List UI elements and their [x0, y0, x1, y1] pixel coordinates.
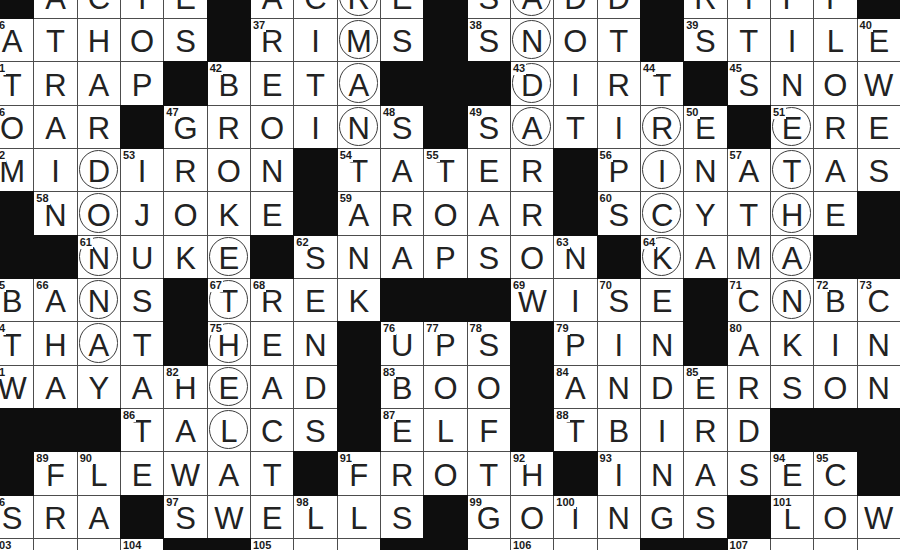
cell-r0-c4[interactable]: E [163, 0, 207, 19]
cell-r10-c9[interactable]: 87E [380, 408, 424, 452]
cell-r13-c19[interactable] [813, 538, 857, 550]
cell-r8-c20[interactable]: N [857, 321, 900, 365]
letter: K [208, 199, 250, 233]
cell-r2-c17[interactable]: 45S [727, 61, 771, 105]
cell-r4-c19[interactable]: A [813, 148, 857, 192]
cell-r0-c17[interactable]: I [727, 0, 771, 19]
cell-r9-c3[interactable]: A [120, 365, 164, 409]
cell-r1-c4[interactable]: S [163, 18, 207, 62]
cell-r9-c18[interactable]: S [770, 365, 814, 409]
cell-r8-c14[interactable]: I [597, 321, 641, 365]
cell-r5-c4[interactable]: O [163, 191, 207, 235]
cell-r8-c3[interactable]: T [120, 321, 164, 365]
cell-r6-c2[interactable]: 61N [77, 235, 121, 279]
cell-r1-c3[interactable]: O [120, 18, 164, 62]
clue-number: 65 [0, 279, 6, 292]
letter: N [858, 329, 900, 363]
cell-r0-c7[interactable]: C [293, 0, 337, 19]
clue-number: 93 [600, 452, 613, 465]
letter: S [728, 459, 770, 493]
cell-r3-c18[interactable]: 51E [770, 105, 814, 149]
letter: S [771, 372, 813, 406]
cell-r5-c12[interactable]: R [510, 191, 554, 235]
cell-r8-c16 [683, 321, 727, 365]
cell-r12-c19[interactable]: O [813, 495, 857, 539]
letter: S [858, 155, 900, 189]
letter: E [251, 502, 293, 536]
cell-r1-c18[interactable]: I [770, 18, 814, 62]
letter: R [381, 459, 423, 493]
clue-number: 80 [730, 322, 743, 335]
cell-r11-c16[interactable]: A [683, 451, 727, 495]
cell-r3-c1[interactable]: A [33, 105, 77, 149]
cell-r7-c13[interactable]: I [553, 278, 597, 322]
cell-r0-c6[interactable]: A [250, 0, 294, 19]
cell-r7-c12[interactable]: 69W [510, 278, 554, 322]
cell-r7-c17[interactable]: 71C [727, 278, 771, 322]
cell-r10-c14[interactable]: B [597, 408, 641, 452]
letter: E [858, 112, 900, 146]
letter: N [598, 372, 640, 406]
cell-r3-c19[interactable]: R [813, 105, 857, 149]
cell-r3-c7[interactable]: I [293, 105, 337, 149]
cell-r11-c5[interactable]: A [207, 451, 251, 495]
clue-number: 98 [296, 496, 309, 509]
cell-r13-c20[interactable] [857, 538, 900, 550]
cell-r0-c8[interactable]: R [337, 0, 381, 19]
cell-r3-c16[interactable]: 50E [683, 105, 727, 149]
letter: O [164, 199, 206, 233]
cell-r4-c2[interactable]: D [77, 148, 121, 192]
cell-r12-c13[interactable]: 100I [553, 495, 597, 539]
cell-r4-c15[interactable]: I [640, 148, 684, 192]
circle-marker [642, 193, 681, 232]
cell-r10-c13[interactable]: 88T [553, 408, 597, 452]
cell-r8-c17[interactable]: 80A [727, 321, 771, 365]
cell-r6-c4[interactable]: K [163, 235, 207, 279]
letter: S [468, 0, 510, 16]
cell-r8-c18[interactable]: K [770, 321, 814, 365]
cell-r8-c10[interactable]: 77P [423, 321, 467, 365]
clue-number: 75 [210, 322, 223, 335]
cell-r11-c6[interactable]: T [250, 451, 294, 495]
cell-r11-c9[interactable]: R [380, 451, 424, 495]
cell-r9-c15[interactable]: D [640, 365, 684, 409]
cell-r2-c12[interactable]: 43D [510, 61, 554, 105]
cell-r5-c6[interactable]: E [250, 191, 294, 235]
cell-r11-c1[interactable]: 89F [33, 451, 77, 495]
cell-r9-c7[interactable]: D [293, 365, 337, 409]
cell-r13-c18[interactable] [770, 538, 814, 550]
cell-r13-c14[interactable] [597, 538, 641, 550]
cell-r5-c17[interactable]: T [727, 191, 771, 235]
cell-r9-c5[interactable]: E [207, 365, 251, 409]
cell-r8-c1[interactable]: H [33, 321, 77, 365]
cell-r3-c0[interactable]: 46O [0, 105, 34, 149]
cell-r3-c13[interactable]: T [553, 105, 597, 149]
cell-r13-c6[interactable]: 105 [250, 538, 294, 550]
letter: R [511, 199, 553, 233]
cell-r9-c10[interactable]: O [423, 365, 467, 409]
cell-r9-c19[interactable]: O [813, 365, 857, 409]
cell-r11-c19[interactable]: 95C [813, 451, 857, 495]
letter: I [728, 0, 770, 16]
cell-r4-c9[interactable]: A [380, 148, 424, 192]
letter: R [208, 112, 250, 146]
cell-r9-c1[interactable]: A [33, 365, 77, 409]
cell-r9-c9[interactable]: 83B [380, 365, 424, 409]
letter: D [294, 372, 336, 406]
cell-r6-c8[interactable]: N [337, 235, 381, 279]
cell-r2-c5[interactable]: 42B [207, 61, 251, 105]
cell-r6-c5[interactable]: E [207, 235, 251, 279]
cell-r6-c13[interactable]: 63N [553, 235, 597, 279]
cell-r2-c19[interactable]: O [813, 61, 857, 105]
cell-r3-c20[interactable]: E [857, 105, 900, 149]
cell-r12-c8[interactable]: L [337, 495, 381, 539]
cell-r11-c17[interactable]: S [727, 451, 771, 495]
cell-r6-c15[interactable]: 64K [640, 235, 684, 279]
cell-r7-c0[interactable]: 65B [0, 278, 34, 322]
cell-r3-c9[interactable]: 48S [380, 105, 424, 149]
cell-r1-c0[interactable]: 36A [0, 18, 34, 62]
cell-r1-c12[interactable]: N [510, 18, 554, 62]
cell-r12-c12[interactable]: O [510, 495, 554, 539]
cell-r2-c1[interactable]: R [33, 61, 77, 105]
clue-number: 61 [80, 236, 93, 249]
cell-r8-c11[interactable]: 78S [467, 321, 511, 365]
letter: R [728, 372, 770, 406]
circle-marker [642, 107, 681, 146]
cell-r10-c1 [33, 408, 77, 452]
cell-r4-c6[interactable]: N [250, 148, 294, 192]
letter: R [34, 502, 76, 536]
cell-r6-c10[interactable]: P [423, 235, 467, 279]
cell-r4-c5[interactable]: O [207, 148, 251, 192]
cell-r4-c13 [553, 148, 597, 192]
cell-r10-c6[interactable]: C [250, 408, 294, 452]
cell-r12-c14[interactable]: N [597, 495, 641, 539]
cell-r8-c19[interactable]: I [813, 321, 857, 365]
clue-number: 38 [470, 19, 483, 32]
cell-r13-c16 [683, 538, 727, 550]
cell-r6-c17[interactable]: M [727, 235, 771, 279]
cell-r2-c3[interactable]: P [120, 61, 164, 105]
letter: R [684, 0, 726, 16]
cell-r11-c2[interactable]: 90L [77, 451, 121, 495]
cell-r11-c10[interactable]: O [423, 451, 467, 495]
cell-r6-c11[interactable]: S [467, 235, 511, 279]
cell-r10-c16[interactable]: R [683, 408, 727, 452]
cell-r12-c6[interactable]: E [250, 495, 294, 539]
cell-r1-c7[interactable]: I [293, 18, 337, 62]
cell-r8-c6[interactable]: E [250, 321, 294, 365]
cell-r5-c9[interactable]: R [380, 191, 424, 235]
cell-r12-c16[interactable]: S [683, 495, 727, 539]
cell-r4-c8[interactable]: 54T [337, 148, 381, 192]
cell-r7-c5[interactable]: 67T [207, 278, 251, 322]
cell-r1-c17[interactable]: T [727, 18, 771, 62]
letter: N [251, 155, 293, 189]
cell-r2-c16 [683, 61, 727, 105]
cell-r8-c5[interactable]: 75H [207, 321, 251, 365]
cell-r6-c16[interactable]: A [683, 235, 727, 279]
letter: B [598, 415, 640, 449]
cell-r5-c14[interactable]: 60S [597, 191, 641, 235]
clue-number: 51 [773, 106, 786, 119]
cell-r3-c6[interactable]: O [250, 105, 294, 149]
cell-r1-c19[interactable]: L [813, 18, 857, 62]
cell-r1-c9[interactable]: S [380, 18, 424, 62]
cell-r2-c0[interactable]: 41T [0, 61, 34, 105]
cell-r13-c11[interactable] [467, 538, 511, 550]
letter: N [598, 502, 640, 536]
cell-r10-c3[interactable]: 86T [120, 408, 164, 452]
cell-r6-c19 [813, 235, 857, 279]
cell-r13-c17[interactable]: 107 [727, 538, 771, 550]
cell-r9-c6[interactable]: A [250, 365, 294, 409]
cell-r5-c19[interactable]: E [813, 191, 857, 235]
cell-r6-c12[interactable]: O [510, 235, 554, 279]
cell-r1-c2[interactable]: H [77, 18, 121, 62]
cell-r10-c11[interactable]: F [467, 408, 511, 452]
clue-number: 90 [80, 452, 93, 465]
cell-r13-c1[interactable] [33, 538, 77, 550]
letter: K [164, 242, 206, 276]
cell-r8-c15[interactable]: N [640, 321, 684, 365]
clue-number: 67 [210, 279, 223, 292]
cell-r3-c8[interactable]: N [337, 105, 381, 149]
cell-r11-c4[interactable]: W [163, 451, 207, 495]
cell-r9-c4[interactable]: 82H [163, 365, 207, 409]
cell-r4-c20[interactable]: S [857, 148, 900, 192]
cell-r5-c8[interactable]: 59A [337, 191, 381, 235]
clue-number: 39 [686, 19, 699, 32]
cell-r4-c11[interactable]: E [467, 148, 511, 192]
cell-r4-c14[interactable]: 56P [597, 148, 641, 192]
cell-r6-c3[interactable]: U [120, 235, 164, 279]
letter: T [598, 25, 640, 59]
cell-r7-c8[interactable]: K [337, 278, 381, 322]
cell-r12-c7[interactable]: 98L [293, 495, 337, 539]
letter: W [858, 502, 900, 536]
cell-r10-c15[interactable]: I [640, 408, 684, 452]
cell-r4-c1[interactable]: I [33, 148, 77, 192]
clue-number: 86 [123, 409, 136, 422]
cell-r8-c13[interactable]: 79P [553, 321, 597, 365]
letter: I [814, 329, 856, 363]
letter: I [554, 285, 596, 319]
clue-number: 87 [383, 409, 396, 422]
letter: E [381, 0, 423, 16]
cell-r12-c18[interactable]: 101L [770, 495, 814, 539]
cell-r7-c16 [683, 278, 727, 322]
letter: T [728, 25, 770, 59]
cell-r3-c4[interactable]: 47G [163, 105, 207, 149]
cell-r5-c2[interactable]: O [77, 191, 121, 235]
cell-r13-c3[interactable]: 104 [120, 538, 164, 550]
cell-r9-c17[interactable]: R [727, 365, 771, 409]
cell-r3-c14[interactable]: I [597, 105, 641, 149]
cell-r2-c20[interactable]: W [857, 61, 900, 105]
letter: A [121, 372, 163, 406]
cell-r0-c12[interactable]: A [510, 0, 554, 19]
cell-r2-c8[interactable]: A [337, 61, 381, 105]
cell-r0-c16[interactable]: R [683, 0, 727, 19]
cell-r8-c2[interactable]: A [77, 321, 121, 365]
cell-r1-c11[interactable]: 38S [467, 18, 511, 62]
cell-r11-c18[interactable]: 94E [770, 451, 814, 495]
cell-r5-c3[interactable]: J [120, 191, 164, 235]
cell-r10-c17[interactable]: D [727, 408, 771, 452]
cell-r1-c14[interactable]: T [597, 18, 641, 62]
cell-r0-c3[interactable]: T [120, 0, 164, 19]
cell-r7-c3[interactable]: S [120, 278, 164, 322]
cell-r1-c13[interactable]: O [553, 18, 597, 62]
cell-r7-c14[interactable]: 70S [597, 278, 641, 322]
cell-r1-c20[interactable]: 40E [857, 18, 900, 62]
cell-r4-c18[interactable]: T [770, 148, 814, 192]
cell-r3-c11[interactable]: 49S [467, 105, 511, 149]
cell-r12-c9[interactable]: S [380, 495, 424, 539]
cell-r6-c9[interactable]: A [380, 235, 424, 279]
cell-r3-c15[interactable]: R [640, 105, 684, 149]
cell-r11-c3[interactable]: E [120, 451, 164, 495]
cell-r11-c12[interactable]: 92H [510, 451, 554, 495]
cell-r5-c16[interactable]: Y [683, 191, 727, 235]
cell-r4-c17[interactable]: 57A [727, 148, 771, 192]
cell-r5-c15[interactable]: C [640, 191, 684, 235]
cell-r7-c15[interactable]: E [640, 278, 684, 322]
cell-r12-c5[interactable]: W [207, 495, 251, 539]
cell-r5-c18[interactable]: H [770, 191, 814, 235]
letter: T [121, 0, 163, 16]
cell-r1-c16[interactable]: 39S [683, 18, 727, 62]
cell-r6-c7[interactable]: 62S [293, 235, 337, 279]
letter: S [164, 25, 206, 59]
cell-r7-c20[interactable]: 73C [857, 278, 900, 322]
cell-r13-c2[interactable] [77, 538, 121, 550]
cell-r4-c10[interactable]: 55T [423, 148, 467, 192]
cell-r6-c0 [0, 235, 34, 279]
letter: R [381, 199, 423, 233]
cell-r2-c14[interactable]: R [597, 61, 641, 105]
cell-r4-c12[interactable]: R [510, 148, 554, 192]
cell-r5-c5[interactable]: K [207, 191, 251, 235]
cell-r8-c7[interactable]: N [293, 321, 337, 365]
cell-r10-c4[interactable]: A [163, 408, 207, 452]
letter: C [294, 0, 336, 16]
clue-number: 47 [166, 106, 179, 119]
cell-r1-c1[interactable]: T [33, 18, 77, 62]
cell-r5-c11[interactable]: A [467, 191, 511, 235]
cell-r2-c7[interactable]: T [293, 61, 337, 105]
cell-r9-c0[interactable]: 81W [0, 365, 34, 409]
circle-marker [772, 193, 811, 232]
cell-r13-c8[interactable] [337, 538, 381, 550]
cell-r12-c1[interactable]: R [33, 495, 77, 539]
cell-r12-c0[interactable]: 96S [0, 495, 34, 539]
cell-r1-c8[interactable]: M [337, 18, 381, 62]
cell-r12-c15[interactable]: G [640, 495, 684, 539]
cell-r2-c6[interactable]: E [250, 61, 294, 105]
cell-r6-c18[interactable]: A [770, 235, 814, 279]
cell-r7-c19[interactable]: 72B [813, 278, 857, 322]
cell-r7-c6[interactable]: 68R [250, 278, 294, 322]
cell-r4-c16[interactable]: N [683, 148, 727, 192]
cell-r0-c2[interactable]: C [77, 0, 121, 19]
cell-r2-c2[interactable]: A [77, 61, 121, 105]
cell-r12-c4[interactable]: 97S [163, 495, 207, 539]
cell-r0-c18[interactable]: F [770, 0, 814, 19]
cell-r0-c19[interactable]: F [813, 0, 857, 19]
cell-r10-c5[interactable]: L [207, 408, 251, 452]
clue-number: 70 [600, 279, 613, 292]
cell-r5-c1[interactable]: 58N [33, 191, 77, 235]
cell-r0-c9[interactable]: E [380, 0, 424, 19]
cell-r11-c11[interactable]: T [467, 451, 511, 495]
cell-r7-c7[interactable]: E [293, 278, 337, 322]
cell-r13-c7[interactable] [293, 538, 337, 550]
cell-r0-c11[interactable]: S [467, 0, 511, 19]
cell-r0-c1[interactable]: A [33, 0, 77, 19]
cell-r9-c11[interactable]: O [467, 365, 511, 409]
cell-r3-c12[interactable]: A [510, 105, 554, 149]
cell-r13-c13[interactable] [553, 538, 597, 550]
cell-r13-c0[interactable]: 103 [0, 538, 34, 550]
cell-r1-c6[interactable]: 37R [250, 18, 294, 62]
cell-r10-c10[interactable]: L [423, 408, 467, 452]
cell-r8-c9[interactable]: 76U [380, 321, 424, 365]
letter: F [771, 0, 813, 16]
cell-r7-c1[interactable]: 66A [33, 278, 77, 322]
cell-r6-c20 [857, 235, 900, 279]
cell-r3-c2[interactable]: R [77, 105, 121, 149]
cell-r9-c14[interactable]: N [597, 365, 641, 409]
cell-r11-c14[interactable]: 93I [597, 451, 641, 495]
cell-r7-c11 [467, 278, 511, 322]
cell-r10-c7[interactable]: S [293, 408, 337, 452]
cell-r4-c0[interactable]: 52M [0, 148, 34, 192]
cell-r9-c2[interactable]: Y [77, 365, 121, 409]
cell-r11-c15[interactable]: N [640, 451, 684, 495]
cell-r8-c0[interactable]: 74T [0, 321, 34, 365]
cell-r11-c8[interactable]: 91F [337, 451, 381, 495]
cell-r5-c10[interactable]: O [423, 191, 467, 235]
cell-r9-c20[interactable]: N [857, 365, 900, 409]
cell-r12-c2[interactable]: A [77, 495, 121, 539]
cell-r3-c5[interactable]: R [207, 105, 251, 149]
letter: N [684, 155, 726, 189]
cell-r12-c11[interactable]: 99G [467, 495, 511, 539]
cell-r8-c8 [337, 321, 381, 365]
cell-r4-c3[interactable]: 53I [120, 148, 164, 192]
cell-r12-c20[interactable]: W [857, 495, 900, 539]
cell-r0-c13[interactable]: D [553, 0, 597, 19]
cell-r13-c12[interactable]: 106 [510, 538, 554, 550]
clue-number: 96 [0, 496, 6, 509]
cell-r2-c18[interactable]: N [770, 61, 814, 105]
cell-r4-c4[interactable]: R [163, 148, 207, 192]
cell-r9-c16[interactable]: 85E [683, 365, 727, 409]
cell-r7-c18[interactable]: N [770, 278, 814, 322]
cell-r2-c13[interactable]: I [553, 61, 597, 105]
cell-r9-c13[interactable]: 84A [553, 365, 597, 409]
clue-number: 103 [0, 539, 12, 550]
cell-r2-c15[interactable]: 44T [640, 61, 684, 105]
cell-r0-c14[interactable]: D [597, 0, 641, 19]
cell-r7-c2[interactable]: N [77, 278, 121, 322]
